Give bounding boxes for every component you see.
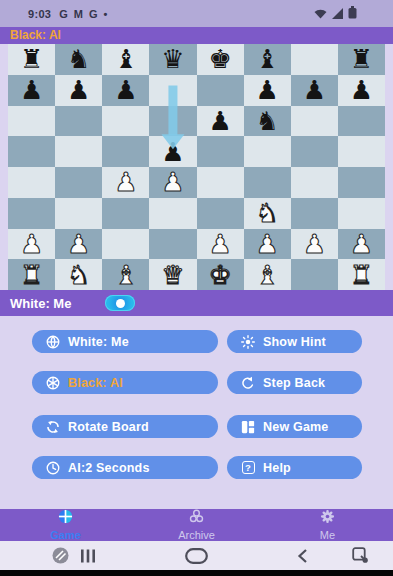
square-d1[interactable]: ♛: [149, 259, 196, 290]
square-d5[interactable]: ♟: [149, 136, 196, 167]
square-f6[interactable]: ♞: [244, 106, 291, 137]
square-h6[interactable]: [338, 106, 385, 137]
help-button[interactable]: ? Help: [227, 456, 362, 479]
sphere-logo-icon: [58, 509, 73, 528]
square-a3[interactable]: [8, 198, 55, 229]
square-g8[interactable]: [291, 44, 338, 75]
nav-label-archive: Archive: [178, 529, 215, 541]
black-player-bar: Black: AI: [0, 27, 393, 44]
square-a4[interactable]: [8, 167, 55, 198]
square-c1[interactable]: ♝: [102, 259, 149, 290]
square-c7[interactable]: ♟: [102, 75, 149, 106]
square-c6[interactable]: [102, 106, 149, 137]
square-h5[interactable]: [338, 136, 385, 167]
white-king: ♚: [208, 262, 231, 288]
square-d7[interactable]: [149, 75, 196, 106]
white-pawn: ♟: [67, 231, 90, 257]
square-b5[interactable]: [55, 136, 102, 167]
wheel-icon: [46, 376, 60, 390]
wifi-icon: [314, 5, 327, 23]
button-label: Black: AI: [68, 376, 123, 390]
square-d2[interactable]: [149, 229, 196, 260]
white-player-bar: White: Me: [0, 290, 393, 316]
black-pawn: ♟: [208, 108, 231, 134]
square-e6[interactable]: ♟: [197, 106, 244, 137]
clock-icon: [46, 461, 60, 475]
square-a5[interactable]: [8, 136, 55, 167]
ball-icon: [46, 335, 60, 349]
square-g4[interactable]: [291, 167, 338, 198]
black-pawn: ♟: [161, 139, 184, 165]
signal-icon: [332, 5, 343, 23]
google-notification-icon: G: [59, 8, 68, 20]
square-e8[interactable]: ♚: [197, 44, 244, 75]
gmail-notification-icon: M: [74, 8, 83, 20]
black-knight: ♞: [256, 108, 279, 134]
record-circle-icon[interactable]: [48, 541, 72, 570]
black-pawn: ♟: [20, 77, 43, 103]
white-bishop: ♝: [114, 262, 137, 288]
square-g1[interactable]: [291, 259, 338, 290]
white-knight: ♞: [256, 200, 279, 226]
nav-label-game: Game: [50, 529, 81, 541]
square-a7[interactable]: ♟: [8, 75, 55, 106]
google-notification-icon: G: [89, 8, 98, 20]
square-d6[interactable]: [149, 106, 196, 137]
more-notifications-dot: •: [104, 8, 108, 20]
home-icon[interactable]: [184, 541, 208, 570]
status-bar: 9:03 G M G •: [0, 0, 393, 27]
square-c5[interactable]: [102, 136, 149, 167]
black-player-button[interactable]: Black: AI: [32, 371, 218, 394]
undo-icon: [241, 376, 255, 390]
white-pawn: ♟: [114, 169, 137, 195]
knot-icon: [189, 509, 204, 528]
chess-board[interactable]: ♜♞♝♛♚♝♜♟♟♟♟♟♟♟♞♟♟♟♞♟♟♟♟♟♟♜♞♝♛♚♝♜: [8, 44, 385, 290]
nav-item-archive[interactable]: Archive: [131, 509, 262, 541]
button-label: Step Back: [263, 376, 325, 390]
show-hint-button[interactable]: Show Hint: [227, 330, 362, 353]
square-g5[interactable]: [291, 136, 338, 167]
button-label: AI:2 Seconds: [68, 461, 150, 475]
white-pawn: ♟: [20, 231, 43, 257]
black-player-label: Black: AI: [10, 27, 393, 44]
square-g2[interactable]: ♟: [291, 229, 338, 260]
rotate-board-button[interactable]: Rotate Board: [32, 415, 218, 438]
square-c8[interactable]: ♝: [102, 44, 149, 75]
square-c4[interactable]: ♟: [102, 167, 149, 198]
square-a1[interactable]: ♜: [8, 259, 55, 290]
black-king: ♚: [208, 46, 231, 72]
black-pawn: ♟: [114, 77, 137, 103]
ai-seconds-button[interactable]: AI:2 Seconds: [32, 456, 218, 479]
white-queen: ♛: [161, 262, 184, 288]
button-label: Show Hint: [263, 335, 326, 349]
square-b1[interactable]: ♞: [55, 259, 102, 290]
button-label: Rotate Board: [68, 420, 149, 434]
square-b7[interactable]: ♟: [55, 75, 102, 106]
nav-item-me[interactable]: Me: [262, 509, 393, 541]
square-e2[interactable]: ♟: [197, 229, 244, 260]
square-b4[interactable]: [55, 167, 102, 198]
square-g7[interactable]: ♟: [291, 75, 338, 106]
step-back-button[interactable]: Step Back: [227, 371, 362, 394]
white-knight: ♞: [67, 262, 90, 288]
black-rook: ♜: [350, 46, 373, 72]
white-player-button[interactable]: White: Me: [32, 330, 218, 353]
square-b2[interactable]: ♟: [55, 229, 102, 260]
white-player-label: White: Me: [10, 296, 71, 311]
phone-screen: 9:03 G M G • Black: AI ♜♞♝♛♚♝♜♟♟♟♟♟♟♟♞♟♟…: [0, 0, 393, 576]
bottom-nav: Game Archive: [0, 509, 393, 541]
black-rook: ♜: [20, 46, 43, 72]
white-rook: ♜: [20, 262, 43, 288]
black-bishop: ♝: [256, 46, 279, 72]
rotate-icon: [46, 420, 60, 434]
android-nav-bar: [0, 541, 393, 570]
black-knight: ♞: [67, 46, 90, 72]
button-label: New Game: [263, 420, 329, 434]
square-h8[interactable]: ♜: [338, 44, 385, 75]
square-h1[interactable]: ♜: [338, 259, 385, 290]
recents-icon[interactable]: [76, 541, 100, 570]
square-f1[interactable]: ♝: [244, 259, 291, 290]
square-a6[interactable]: [8, 106, 55, 137]
question-icon: ?: [241, 461, 255, 475]
white-pawn: ♟: [208, 231, 231, 257]
button-label: White: Me: [68, 335, 129, 349]
square-f4[interactable]: [244, 167, 291, 198]
square-f2[interactable]: ♟: [244, 229, 291, 260]
square-e5[interactable]: [197, 136, 244, 167]
turn-toggle[interactable]: [105, 295, 135, 311]
controls-panel: White: Me Show Hint: [0, 316, 393, 509]
square-f7[interactable]: ♟: [244, 75, 291, 106]
square-a2[interactable]: ♟: [8, 229, 55, 260]
square-e4[interactable]: [197, 167, 244, 198]
white-rook: ♜: [350, 262, 373, 288]
white-pawn: ♟: [256, 231, 279, 257]
battery-icon: [348, 5, 357, 23]
white-bishop: ♝: [256, 262, 279, 288]
black-pawn: ♟: [67, 77, 90, 103]
nav-item-game[interactable]: Game: [0, 509, 131, 541]
square-h3[interactable]: [338, 198, 385, 229]
smart-select-icon[interactable]: [348, 541, 372, 570]
square-g6[interactable]: [291, 106, 338, 137]
square-c2[interactable]: [102, 229, 149, 260]
white-pawn: ♟: [350, 231, 373, 257]
layout-icon: [241, 420, 255, 434]
square-d8[interactable]: ♛: [149, 44, 196, 75]
black-pawn: ♟: [303, 77, 326, 103]
square-c3[interactable]: [102, 198, 149, 229]
square-f8[interactable]: ♝: [244, 44, 291, 75]
black-bishop: ♝: [114, 46, 137, 72]
brightness-icon: [241, 335, 255, 349]
toggle-knob: [116, 299, 125, 308]
square-d3[interactable]: [149, 198, 196, 229]
notification-icons: G M G •: [59, 8, 107, 20]
back-icon[interactable]: [290, 541, 314, 570]
square-b3[interactable]: [55, 198, 102, 229]
square-d4[interactable]: ♟: [149, 167, 196, 198]
black-pawn: ♟: [256, 77, 279, 103]
clock: 9:03: [28, 8, 51, 20]
square-f5[interactable]: [244, 136, 291, 167]
nav-label-me: Me: [320, 529, 335, 541]
square-h2[interactable]: ♟: [338, 229, 385, 260]
square-g3[interactable]: [291, 198, 338, 229]
square-h7[interactable]: ♟: [338, 75, 385, 106]
square-b8[interactable]: ♞: [55, 44, 102, 75]
new-game-button[interactable]: New Game: [227, 415, 362, 438]
white-pawn: ♟: [303, 231, 326, 257]
black-pawn: ♟: [350, 77, 373, 103]
button-label: Help: [263, 461, 291, 475]
square-a8[interactable]: ♜: [8, 44, 55, 75]
square-f3[interactable]: ♞: [244, 198, 291, 229]
screen-bottom-bezel: [0, 570, 393, 576]
gear-icon: [320, 509, 335, 528]
square-e3[interactable]: [197, 198, 244, 229]
white-pawn: ♟: [161, 169, 184, 195]
square-h4[interactable]: [338, 167, 385, 198]
square-b6[interactable]: [55, 106, 102, 137]
square-e1[interactable]: ♚: [197, 259, 244, 290]
black-queen: ♛: [161, 46, 184, 72]
square-e7[interactable]: [197, 75, 244, 106]
